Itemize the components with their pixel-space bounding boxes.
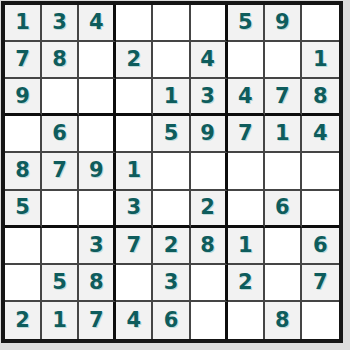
cell-r7c1[interactable] xyxy=(5,228,42,265)
cell-r9c2: 1 xyxy=(42,302,79,339)
cell-r5c3: 9 xyxy=(79,153,116,190)
cell-r5c4: 1 xyxy=(116,153,153,190)
cell-r8c5: 3 xyxy=(153,265,190,302)
cell-r4c5: 5 xyxy=(153,116,190,153)
cell-r2c7[interactable] xyxy=(228,42,265,79)
cell-r5c5[interactable] xyxy=(153,153,190,190)
cell-r1c2: 3 xyxy=(42,5,79,42)
cell-r6c2[interactable] xyxy=(42,191,79,228)
cell-r2c2: 8 xyxy=(42,42,79,79)
cell-r3c2[interactable] xyxy=(42,79,79,116)
cell-r7c9: 6 xyxy=(302,228,339,265)
cell-r2c8[interactable] xyxy=(265,42,302,79)
cell-r1c4[interactable] xyxy=(116,5,153,42)
cell-r9c6[interactable] xyxy=(191,302,228,339)
cell-r4c2: 6 xyxy=(42,116,79,153)
cell-r5c9[interactable] xyxy=(302,153,339,190)
cell-r4c3[interactable] xyxy=(79,116,116,153)
cell-r7c5: 2 xyxy=(153,228,190,265)
cell-r3c4[interactable] xyxy=(116,79,153,116)
cell-r5c8[interactable] xyxy=(265,153,302,190)
cell-r6c3[interactable] xyxy=(79,191,116,228)
cell-r3c6: 3 xyxy=(191,79,228,116)
cell-r2c4: 2 xyxy=(116,42,153,79)
cell-r6c5[interactable] xyxy=(153,191,190,228)
cell-r3c5: 1 xyxy=(153,79,190,116)
cell-r6c1: 5 xyxy=(5,191,42,228)
cell-r7c6: 8 xyxy=(191,228,228,265)
cell-r5c6[interactable] xyxy=(191,153,228,190)
cell-r5c1: 8 xyxy=(5,153,42,190)
cell-r4c1[interactable] xyxy=(5,116,42,153)
cell-r9c7[interactable] xyxy=(228,302,265,339)
sudoku-board: 1345978241913478659714879153263728165832… xyxy=(1,1,343,343)
cell-r8c1[interactable] xyxy=(5,265,42,302)
cell-r7c4: 7 xyxy=(116,228,153,265)
cell-r9c8: 8 xyxy=(265,302,302,339)
cell-r7c3: 3 xyxy=(79,228,116,265)
cell-r3c9: 8 xyxy=(302,79,339,116)
cell-r8c8[interactable] xyxy=(265,265,302,302)
cell-r3c3[interactable] xyxy=(79,79,116,116)
cell-r8c2: 5 xyxy=(42,265,79,302)
cell-r1c6[interactable] xyxy=(191,5,228,42)
cell-r1c7: 5 xyxy=(228,5,265,42)
cell-r2c5[interactable] xyxy=(153,42,190,79)
cell-r7c8[interactable] xyxy=(265,228,302,265)
cell-r6c7[interactable] xyxy=(228,191,265,228)
cell-r3c7: 4 xyxy=(228,79,265,116)
cell-r9c1: 2 xyxy=(5,302,42,339)
cell-r3c8: 7 xyxy=(265,79,302,116)
cell-r2c1: 7 xyxy=(5,42,42,79)
cell-r5c7[interactable] xyxy=(228,153,265,190)
cell-r1c9[interactable] xyxy=(302,5,339,42)
cell-r4c7: 7 xyxy=(228,116,265,153)
cell-r1c8: 9 xyxy=(265,5,302,42)
cell-r8c3: 8 xyxy=(79,265,116,302)
cell-r1c5[interactable] xyxy=(153,5,190,42)
cell-r9c3: 7 xyxy=(79,302,116,339)
cell-r9c4: 4 xyxy=(116,302,153,339)
cell-r6c8: 6 xyxy=(265,191,302,228)
cell-r1c1: 1 xyxy=(5,5,42,42)
cell-r3c1: 9 xyxy=(5,79,42,116)
cell-r2c9: 1 xyxy=(302,42,339,79)
cell-r8c4[interactable] xyxy=(116,265,153,302)
cell-r1c3: 4 xyxy=(79,5,116,42)
cell-r5c2: 7 xyxy=(42,153,79,190)
cell-r4c9: 4 xyxy=(302,116,339,153)
cell-r8c7: 2 xyxy=(228,265,265,302)
cell-r7c7: 1 xyxy=(228,228,265,265)
cell-r2c3[interactable] xyxy=(79,42,116,79)
cell-r4c6: 9 xyxy=(191,116,228,153)
cell-r6c9[interactable] xyxy=(302,191,339,228)
cell-r4c8: 1 xyxy=(265,116,302,153)
cell-r8c6[interactable] xyxy=(191,265,228,302)
cell-r4c4[interactable] xyxy=(116,116,153,153)
cell-r2c6: 4 xyxy=(191,42,228,79)
cell-r7c2[interactable] xyxy=(42,228,79,265)
cell-r8c9: 7 xyxy=(302,265,339,302)
cell-r6c6: 2 xyxy=(191,191,228,228)
cell-r9c5: 6 xyxy=(153,302,190,339)
cell-r9c9[interactable] xyxy=(302,302,339,339)
cell-r6c4: 3 xyxy=(116,191,153,228)
